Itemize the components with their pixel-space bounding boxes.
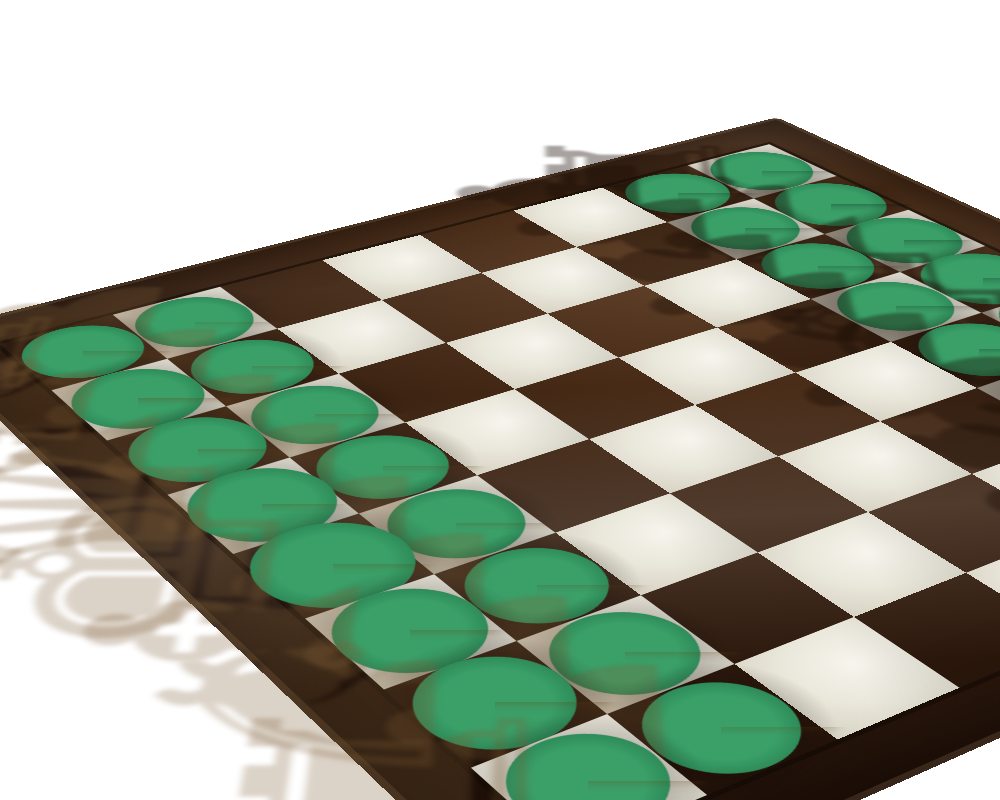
scene: ♜♜♞♞♝♝♛♛♚♚♝♝♞♞♜♜♟♟♟♟♟♟♟♟♟♟♟♟♟♟♟♟♟♟♟♟♟♟♟♟… [0,0,1000,800]
black-pawn-icon: ♟ [936,137,1000,435]
chess-board: ♜♜♞♞♝♝♛♛♚♚♝♝♞♞♜♜♟♟♟♟♟♟♟♟♟♟♟♟♟♟♟♟♟♟♟♟♟♟♟♟… [0,117,1000,800]
square-h1[interactable]: ♜♜ [471,714,707,800]
board-squares: ♜♜♞♞♝♝♛♛♚♚♝♝♞♞♜♜♟♟♟♟♟♟♟♟♟♟♟♟♟♟♟♟♟♟♟♟♟♟♟♟… [0,144,1000,800]
white-rook-icon: ♜ [413,441,763,800]
photo-canvas: ♜♜♞♞♝♝♛♛♚♚♝♝♞♞♜♜♟♟♟♟♟♟♟♟♟♟♟♟♟♟♟♟♟♟♟♟♟♟♟♟… [0,0,1000,800]
